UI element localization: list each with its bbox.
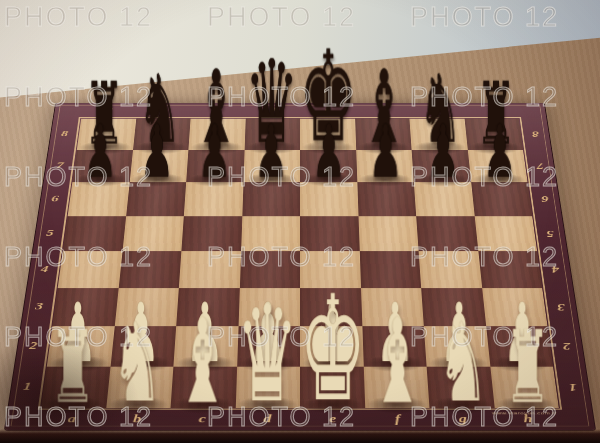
rank-label-left-8: 8 [51, 118, 78, 149]
cell-c1: ♝ [171, 366, 237, 408]
cell-f1: ♝ [363, 366, 429, 408]
piece-white-knight-g1[interactable]: ♞ [437, 309, 488, 419]
piece-white-rook-h1[interactable]: ♜ [505, 317, 551, 417]
piece-white-bishop-f1[interactable]: ♝ [371, 302, 425, 419]
piece-black-pawn-c7[interactable]: ♟ [197, 115, 231, 188]
rank-label-right-6: 6 [531, 182, 559, 216]
piece-black-pawn-g7[interactable]: ♟ [426, 115, 460, 188]
rank-label-right-8: 8 [522, 118, 549, 149]
piece-black-pawn-h7[interactable]: ♟ [483, 115, 517, 188]
piece-white-king-e1[interactable]: ♚ [299, 276, 367, 422]
rank-label-left-5: 5 [36, 216, 64, 251]
piece-white-bishop-c1[interactable]: ♝ [175, 302, 229, 419]
piece-black-pawn-a7[interactable]: ♟ [83, 115, 117, 188]
cell-d1: ♛ [235, 366, 300, 408]
rank-label-left-4: 4 [30, 251, 59, 288]
rank-label-left-7: 7 [46, 149, 73, 181]
cell-g1: ♞ [427, 366, 495, 408]
board-shadow [0, 338, 140, 443]
board-front-edge [0, 429, 600, 443]
piece-black-pawn-d7[interactable]: ♟ [254, 115, 288, 188]
rank-label-right-2: 2 [551, 326, 582, 366]
cell-e1: ♚ [300, 366, 365, 408]
rank-label-right-5: 5 [536, 216, 564, 251]
piece-black-pawn-e7[interactable]: ♟ [312, 115, 346, 188]
piece-black-pawn-b7[interactable]: ♟ [140, 115, 174, 188]
rank-label-right-7: 7 [527, 149, 554, 181]
piece-black-pawn-f7[interactable]: ♟ [369, 115, 403, 188]
rank-label-right-1: 1 [557, 366, 589, 408]
rank-label-left-6: 6 [41, 182, 69, 216]
scene: abcdefgh abcdefgh 87654321 87654321 www.… [0, 0, 600, 443]
rank-label-right-4: 4 [541, 251, 570, 288]
piece-white-queen-d1[interactable]: ♛ [236, 287, 298, 421]
